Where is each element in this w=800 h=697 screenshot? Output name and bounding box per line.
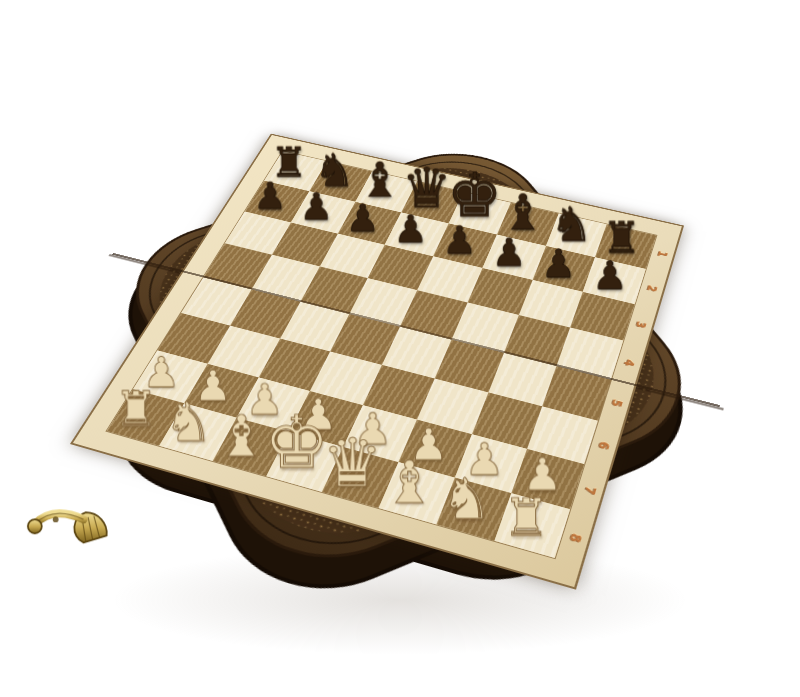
piece-light-knight-g1[interactable]: ♞ <box>442 473 493 527</box>
brass-clasp <box>21 496 123 556</box>
piece-dark-pawn-d7[interactable]: ♟ <box>394 210 428 246</box>
piece-dark-pawn-a7[interactable]: ♟ <box>253 178 286 213</box>
piece-light-rook-a1[interactable]: ♜ <box>114 387 157 433</box>
piece-dark-king-e8[interactable]: ♚ <box>447 166 502 224</box>
piece-light-queen-e1[interactable]: ♛ <box>322 431 382 495</box>
piece-light-rook-h1[interactable]: ♜ <box>503 494 549 543</box>
piece-dark-pawn-g7[interactable]: ♟ <box>542 244 577 281</box>
piece-light-bishop-f1[interactable]: ♝ <box>383 455 436 511</box>
piece-dark-pawn-b7[interactable]: ♟ <box>300 188 333 223</box>
piece-light-king-d1[interactable]: ♚ <box>264 409 329 478</box>
piece-dark-pawn-h7[interactable]: ♟ <box>593 256 628 293</box>
piece-dark-pawn-c7[interactable]: ♟ <box>346 199 380 235</box>
piece-dark-pawn-e7[interactable]: ♟ <box>442 221 476 257</box>
piece-light-bishop-c1[interactable]: ♝ <box>216 409 267 463</box>
product-photo-scene: ♜♞♝♛♚♝♞♜♟♟♟♟♟♟♟♟♟♟♟♟♟♟♟♟♜♞♝♚♛♝♞♜ 1 2 3 4… <box>0 0 800 697</box>
piece-dark-queen-d8[interactable]: ♛ <box>402 161 452 214</box>
piece-light-knight-b1[interactable]: ♞ <box>164 396 213 448</box>
piece-dark-pawn-f7[interactable]: ♟ <box>492 233 526 270</box>
